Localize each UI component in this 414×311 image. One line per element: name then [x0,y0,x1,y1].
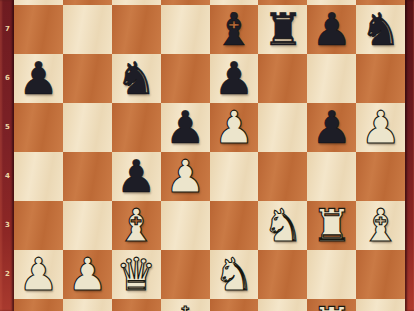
square-f5[interactable] [258,103,307,152]
black-knight-piece: ♞ [116,54,156,103]
square-a6[interactable]: ♟ [14,54,63,103]
square-b4[interactable] [63,152,112,201]
board-right-border [405,0,414,311]
square-f6[interactable] [258,54,307,103]
square-h1[interactable] [356,299,405,311]
square-h3[interactable]: ♝ [356,201,405,250]
square-h6[interactable] [356,54,405,103]
square-g2[interactable] [307,250,356,299]
square-e5[interactable]: ♟ [210,103,259,152]
square-g3[interactable]: ♜ [307,201,356,250]
white-queen-piece: ♛ [116,250,156,299]
square-b1[interactable] [63,299,112,311]
square-d2[interactable] [161,250,210,299]
square-e2[interactable]: ♞ [210,250,259,299]
rank-label-5: 5 [3,123,12,131]
square-e1[interactable] [210,299,259,311]
square-g6[interactable] [307,54,356,103]
square-a2[interactable]: ♟ [14,250,63,299]
white-pawn-piece: ♟ [18,250,58,299]
square-b3[interactable] [63,201,112,250]
black-rook-piece: ♜ [263,5,303,54]
square-a3[interactable] [14,201,63,250]
square-g5[interactable]: ♟ [307,103,356,152]
square-e6[interactable]: ♟ [210,54,259,103]
rank-label-2: 2 [3,270,12,278]
square-c4[interactable]: ♟ [112,152,161,201]
square-b5[interactable] [63,103,112,152]
square-f2[interactable] [258,250,307,299]
square-g7[interactable]: ♟ [307,5,356,54]
square-e3[interactable] [210,201,259,250]
square-g1[interactable]: ♜ [307,299,356,311]
square-h7[interactable]: ♞ [356,5,405,54]
black-knight-piece: ♞ [360,5,400,54]
square-f1[interactable] [258,299,307,311]
square-h2[interactable] [356,250,405,299]
black-pawn-piece: ♟ [214,54,254,103]
square-b7[interactable] [63,5,112,54]
square-b6[interactable] [63,54,112,103]
square-a1[interactable] [14,299,63,311]
black-pawn-piece: ♟ [18,54,58,103]
square-f4[interactable] [258,152,307,201]
square-d6[interactable] [161,54,210,103]
square-c7[interactable] [112,5,161,54]
white-king-piece: ♚ [165,299,205,311]
white-pawn-piece: ♟ [67,250,107,299]
white-pawn-piece: ♟ [360,103,400,152]
square-c2[interactable]: ♛ [112,250,161,299]
black-bishop-piece: ♝ [214,5,254,54]
square-a7[interactable] [14,5,63,54]
square-f3[interactable]: ♞ [258,201,307,250]
white-pawn-piece: ♟ [165,152,205,201]
rank-label-6: 6 [3,74,12,82]
square-d4[interactable]: ♟ [161,152,210,201]
white-rook-piece: ♜ [312,299,352,311]
white-bishop-piece: ♝ [116,201,156,250]
square-a4[interactable] [14,152,63,201]
square-d5[interactable]: ♟ [161,103,210,152]
white-bishop-piece: ♝ [360,201,400,250]
white-pawn-piece: ♟ [214,103,254,152]
white-knight-piece: ♞ [263,201,303,250]
black-pawn-piece: ♟ [312,5,352,54]
square-g4[interactable] [307,152,356,201]
square-b2[interactable]: ♟ [63,250,112,299]
board-left-border [0,0,14,311]
square-c1[interactable] [112,299,161,311]
rank-label-7: 7 [3,25,12,33]
white-knight-piece: ♞ [214,250,254,299]
square-h4[interactable] [356,152,405,201]
square-c3[interactable]: ♝ [112,201,161,250]
square-c6[interactable]: ♞ [112,54,161,103]
chess-diagram: ♜♝♛♚♝♜♟♞♟♞♟♟♟♟♟♟♟♝♞♜♝♟♟♛♞♚♜ 765432 [0,0,414,311]
black-pawn-piece: ♟ [312,103,352,152]
square-d1[interactable]: ♚ [161,299,210,311]
square-f7[interactable]: ♜ [258,5,307,54]
chess-board: ♜♝♛♚♝♜♟♞♟♞♟♟♟♟♟♟♟♝♞♜♝♟♟♛♞♚♜ [14,0,405,311]
black-pawn-piece: ♟ [165,103,205,152]
square-d7[interactable] [161,5,210,54]
rank-label-4: 4 [3,172,12,180]
square-h5[interactable]: ♟ [356,103,405,152]
square-d3[interactable] [161,201,210,250]
square-c5[interactable] [112,103,161,152]
square-a5[interactable] [14,103,63,152]
white-rook-piece: ♜ [312,201,352,250]
square-e4[interactable] [210,152,259,201]
square-e7[interactable]: ♝ [210,5,259,54]
rank-label-3: 3 [3,221,12,229]
black-pawn-piece: ♟ [116,152,156,201]
